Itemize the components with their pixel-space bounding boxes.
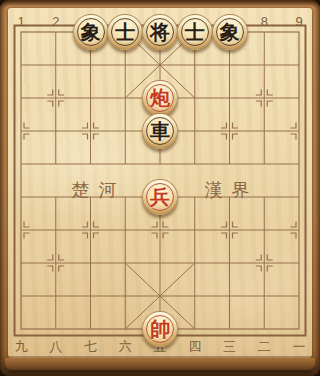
piece-black-elephant-right[interactable]: 象	[212, 14, 248, 50]
piece-glyph-black-chariot: 車	[143, 114, 177, 148]
piece-red-pawn[interactable]: 兵	[142, 179, 178, 215]
xiangqi-app: 123456789 九八七六五四三二一 楚河 漢界 象士将士象炮車兵帥	[0, 0, 320, 376]
piece-glyph-red-cannon: 炮	[143, 81, 177, 115]
piece-glyph-red-general: 帥	[143, 312, 177, 346]
piece-black-chariot[interactable]: 車	[142, 113, 178, 149]
piece-glyph-black-elephant-left: 象	[74, 15, 108, 49]
piece-red-general[interactable]: 帥	[142, 311, 178, 347]
piece-glyph-red-pawn: 兵	[143, 180, 177, 214]
river-text-left: 楚河	[63, 178, 126, 202]
piece-glyph-black-advisor-right: 士	[178, 15, 212, 49]
piece-black-advisor-left[interactable]: 士	[107, 14, 143, 50]
piece-glyph-black-elephant-right: 象	[213, 15, 247, 49]
piece-black-advisor-right[interactable]: 士	[177, 14, 213, 50]
piece-red-cannon[interactable]: 炮	[142, 80, 178, 116]
piece-glyph-black-advisor-left: 士	[108, 15, 142, 49]
piece-black-general[interactable]: 将	[142, 14, 178, 50]
piece-black-elephant-left[interactable]: 象	[73, 14, 109, 50]
piece-glyph-black-general: 将	[143, 15, 177, 49]
river-text-right: 漢界	[196, 178, 259, 202]
